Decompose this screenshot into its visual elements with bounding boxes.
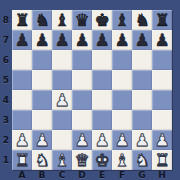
square-g8[interactable]: ♞: [132, 10, 152, 30]
square-e5[interactable]: [92, 70, 112, 90]
square-g4[interactable]: [132, 90, 152, 110]
square-d6[interactable]: [72, 50, 92, 70]
square-d1[interactable]: ♛: [72, 150, 92, 170]
black-king-icon[interactable]: ♚: [94, 10, 109, 30]
square-c6[interactable]: [52, 50, 72, 70]
square-b1[interactable]: ♞: [32, 150, 52, 170]
square-h8[interactable]: ♜: [152, 10, 172, 30]
white-pawn-icon[interactable]: ♟: [34, 130, 49, 150]
square-d7[interactable]: ♟: [72, 30, 92, 50]
white-bishop-icon[interactable]: ♝: [54, 150, 69, 170]
square-c8[interactable]: ♝: [52, 10, 72, 30]
rank-label-3: 3: [0, 110, 12, 130]
square-b2[interactable]: ♟: [32, 130, 52, 150]
square-f8[interactable]: ♝: [112, 10, 132, 30]
square-f7[interactable]: ♟: [112, 30, 132, 50]
black-pawn-icon[interactable]: ♟: [54, 30, 69, 50]
square-h1[interactable]: ♜: [152, 150, 172, 170]
square-b3[interactable]: [32, 110, 52, 130]
rank-label-6: 6: [0, 50, 12, 70]
square-f3[interactable]: [112, 110, 132, 130]
square-a1[interactable]: ♜: [12, 150, 32, 170]
file-label-g: G: [132, 170, 152, 180]
white-knight-icon[interactable]: ♞: [134, 150, 149, 170]
square-g6[interactable]: [132, 50, 152, 70]
white-rook-icon[interactable]: ♜: [154, 150, 169, 170]
square-a5[interactable]: [12, 70, 32, 90]
square-g7[interactable]: ♟: [132, 30, 152, 50]
black-knight-icon[interactable]: ♞: [34, 10, 49, 30]
white-knight-icon[interactable]: ♞: [34, 150, 49, 170]
white-queen-icon[interactable]: ♛: [74, 150, 89, 170]
square-f1[interactable]: ♝: [112, 150, 132, 170]
file-label-b: B: [32, 170, 52, 180]
black-pawn-icon[interactable]: ♟: [134, 30, 149, 50]
square-c7[interactable]: ♟: [52, 30, 72, 50]
square-h7[interactable]: ♟: [152, 30, 172, 50]
square-g5[interactable]: [132, 70, 152, 90]
black-rook-icon[interactable]: ♜: [154, 10, 169, 30]
square-g2[interactable]: ♟: [132, 130, 152, 150]
square-h6[interactable]: [152, 50, 172, 70]
rank-labels: 87654321: [0, 10, 12, 170]
square-a4[interactable]: [12, 90, 32, 110]
rank-label-8: 8: [0, 10, 12, 30]
white-pawn-icon[interactable]: ♟: [54, 90, 69, 110]
rank-label-4: 4: [0, 90, 12, 110]
square-b5[interactable]: [32, 70, 52, 90]
file-label-h: H: [152, 170, 172, 180]
white-pawn-icon[interactable]: ♟: [154, 130, 169, 150]
square-a6[interactable]: [12, 50, 32, 70]
square-f2[interactable]: ♟: [112, 130, 132, 150]
square-h2[interactable]: ♟: [152, 130, 172, 150]
file-label-f: F: [112, 170, 132, 180]
file-label-e: E: [92, 170, 112, 180]
square-e1[interactable]: ♚: [92, 150, 112, 170]
square-c5[interactable]: [52, 70, 72, 90]
black-bishop-icon[interactable]: ♝: [54, 10, 69, 30]
square-e7[interactable]: ♟: [92, 30, 112, 50]
square-d8[interactable]: ♛: [72, 10, 92, 30]
square-c4[interactable]: ♟: [52, 90, 72, 110]
square-b7[interactable]: ♟: [32, 30, 52, 50]
square-c2[interactable]: [52, 130, 72, 150]
black-pawn-icon[interactable]: ♟: [14, 30, 29, 50]
chess-board[interactable]: ♜♞♝♛♚♝♞♜♟♟♟♟♟♟♟♟♟♟♟♟♟♟♟♟♜♞♝♛♚♝♞♜: [12, 10, 172, 170]
square-c3[interactable]: [52, 110, 72, 130]
black-pawn-icon[interactable]: ♟: [74, 30, 89, 50]
black-pawn-icon[interactable]: ♟: [114, 30, 129, 50]
square-e2[interactable]: ♟: [92, 130, 112, 150]
file-labels: ABCDEFGH: [12, 170, 172, 180]
black-bishop-icon[interactable]: ♝: [114, 10, 129, 30]
chess-app-window: 87654321 ♜♞♝♛♚♝♞♜♟♟♟♟♟♟♟♟♟♟♟♟♟♟♟♟♜♞♝♛♚♝♞…: [0, 0, 180, 180]
square-b4[interactable]: [32, 90, 52, 110]
square-f5[interactable]: [112, 70, 132, 90]
white-pawn-icon[interactable]: ♟: [94, 130, 109, 150]
file-label-a: A: [12, 170, 32, 180]
black-pawn-icon[interactable]: ♟: [34, 30, 49, 50]
square-d2[interactable]: ♟: [72, 130, 92, 150]
square-h3[interactable]: [152, 110, 172, 130]
rank-label-1: 1: [0, 150, 12, 170]
square-d5[interactable]: [72, 70, 92, 90]
black-pawn-icon[interactable]: ♟: [94, 30, 109, 50]
square-b8[interactable]: ♞: [32, 10, 52, 30]
square-d4[interactable]: [72, 90, 92, 110]
black-queen-icon[interactable]: ♛: [74, 10, 89, 30]
square-h5[interactable]: [152, 70, 172, 90]
rank-label-5: 5: [0, 70, 12, 90]
black-knight-icon[interactable]: ♞: [134, 10, 149, 30]
square-f4[interactable]: [112, 90, 132, 110]
square-e4[interactable]: [92, 90, 112, 110]
square-a2[interactable]: ♟: [12, 130, 32, 150]
square-d3[interactable]: [72, 110, 92, 130]
square-e8[interactable]: ♚: [92, 10, 112, 30]
square-e6[interactable]: [92, 50, 112, 70]
square-a8[interactable]: ♜: [12, 10, 32, 30]
white-pawn-icon[interactable]: ♟: [134, 130, 149, 150]
square-h4[interactable]: [152, 90, 172, 110]
square-b6[interactable]: [32, 50, 52, 70]
square-c1[interactable]: ♝: [52, 150, 72, 170]
white-pawn-icon[interactable]: ♟: [74, 130, 89, 150]
white-pawn-icon[interactable]: ♟: [114, 130, 129, 150]
rank-label-7: 7: [0, 30, 12, 50]
file-label-d: D: [72, 170, 92, 180]
rank-label-2: 2: [0, 130, 12, 150]
white-king-icon[interactable]: ♚: [94, 150, 109, 170]
white-rook-icon[interactable]: ♜: [14, 150, 29, 170]
square-a7[interactable]: ♟: [12, 30, 32, 50]
black-rook-icon[interactable]: ♜: [14, 10, 29, 30]
white-bishop-icon[interactable]: ♝: [114, 150, 129, 170]
square-g1[interactable]: ♞: [132, 150, 152, 170]
black-pawn-icon[interactable]: ♟: [154, 30, 169, 50]
square-f6[interactable]: [112, 50, 132, 70]
square-e3[interactable]: [92, 110, 112, 130]
file-label-c: C: [52, 170, 72, 180]
square-g3[interactable]: [132, 110, 152, 130]
square-a3[interactable]: [12, 110, 32, 130]
white-pawn-icon[interactable]: ♟: [14, 130, 29, 150]
